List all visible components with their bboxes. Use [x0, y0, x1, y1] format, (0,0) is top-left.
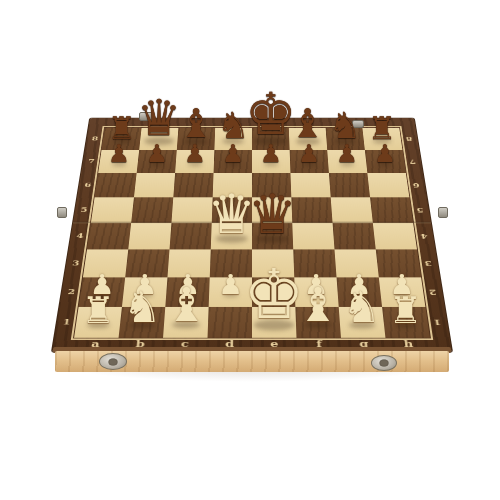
piece-dark-P-f7[interactable]: ♟: [298, 143, 320, 168]
rank-label-left-8: 8: [85, 128, 105, 150]
piece-light-P-d2[interactable]: ♟: [218, 271, 243, 299]
chess-set-photo: abcdefgh1122334455667788 ♜♛♝♞♚♝♞♜♟♟♟♟♟♟♟…: [0, 0, 500, 500]
square-b5[interactable]: [131, 197, 173, 222]
square-c4[interactable]: [170, 223, 212, 250]
latch-keyhole-icon: [109, 358, 118, 365]
piece-dark-P-e7[interactable]: ♟: [260, 143, 282, 168]
square-b6[interactable]: [134, 173, 175, 197]
rank-label-right-8: 8: [399, 128, 419, 150]
piece-dark-P-h7[interactable]: ♟: [374, 143, 396, 168]
piece-light-R-a1[interactable]: ♜: [82, 292, 115, 329]
square-h6[interactable]: [367, 173, 409, 197]
rank-label-right-6: 6: [406, 173, 427, 197]
rank-label-right-2: 2: [421, 277, 445, 306]
rank-label-left-5: 5: [73, 197, 95, 222]
rank-label-right-7: 7: [402, 150, 422, 173]
piece-dark-P-b7[interactable]: ♟: [146, 143, 168, 168]
rank-label-left-6: 6: [77, 173, 98, 197]
rank-label-right-5: 5: [409, 197, 431, 222]
left-clasp-latch-icon: [99, 353, 127, 370]
square-g6[interactable]: [329, 173, 370, 197]
square-a6[interactable]: [95, 173, 137, 197]
right-clasp-latch-icon: [371, 355, 397, 371]
rank-label-right-1: 1: [425, 307, 449, 338]
piece-dark-P-g7[interactable]: ♟: [336, 143, 358, 168]
rank-label-left-7: 7: [81, 150, 101, 173]
piece-light-N-b1[interactable]: ♞: [123, 286, 161, 329]
piece-dark-P-a7[interactable]: ♟: [108, 143, 130, 168]
piece-dark-P-d7[interactable]: ♟: [222, 143, 244, 168]
square-h4[interactable]: [373, 223, 417, 250]
square-a5[interactable]: [91, 197, 134, 222]
piece-light-B-f1[interactable]: ♝: [297, 282, 339, 329]
rank-label-left-4: 4: [69, 223, 91, 250]
square-g4[interactable]: [333, 223, 376, 250]
rank-label-right-3: 3: [417, 249, 440, 277]
seam-left-hinge-icon: [57, 207, 67, 218]
seam-right-hinge-icon: [438, 207, 448, 218]
piece-light-B-c1[interactable]: ♝: [165, 282, 207, 329]
piece-light-Q-d4[interactable]: ♛: [207, 188, 256, 242]
piece-dark-B-c8[interactable]: ♝: [178, 105, 214, 145]
square-a4[interactable]: [87, 223, 131, 250]
square-g5[interactable]: [331, 197, 373, 222]
square-h5[interactable]: [370, 197, 413, 222]
square-f5[interactable]: [291, 197, 332, 222]
piece-dark-Q-b8[interactable]: ♛: [137, 95, 181, 145]
piece-light-R-h1[interactable]: ♜: [389, 292, 422, 329]
piece-light-N-g1[interactable]: ♞: [343, 286, 381, 329]
piece-light-K-e1[interactable]: ♚: [243, 261, 304, 329]
latch-keyhole-icon: [380, 360, 389, 367]
piece-dark-P-c7[interactable]: ♟: [184, 143, 206, 168]
piece-dark-K-e8[interactable]: ♚: [245, 87, 297, 145]
square-f4[interactable]: [292, 223, 334, 250]
square-b4[interactable]: [128, 223, 171, 250]
piece-dark-B-f8[interactable]: ♝: [290, 105, 326, 145]
rank-label-right-4: 4: [413, 223, 435, 250]
